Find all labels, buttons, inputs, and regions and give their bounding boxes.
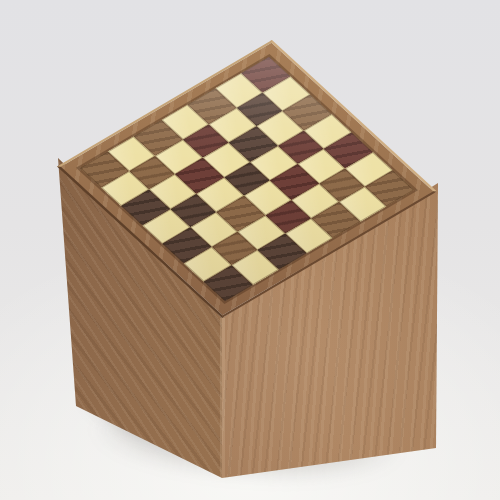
- photo-background: [0, 0, 500, 500]
